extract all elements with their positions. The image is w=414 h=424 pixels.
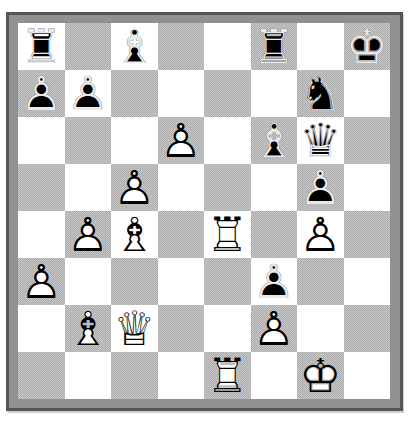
piece-outline-glyph: ♔: [346, 22, 388, 69]
square-b6[interactable]: [65, 117, 112, 164]
piece-outline-glyph: ♗: [113, 210, 155, 257]
white-pawn-f2[interactable]: ♟♙: [251, 305, 298, 352]
square-g3[interactable]: [297, 258, 344, 305]
square-e5[interactable]: [204, 164, 251, 211]
square-h6[interactable]: [344, 117, 391, 164]
white-rook-e1[interactable]: ♜♖: [204, 352, 251, 399]
square-e4[interactable]: ♜♖: [204, 211, 251, 258]
square-d8[interactable]: [158, 23, 205, 70]
black-pawn-a7[interactable]: ♟♙: [18, 70, 65, 117]
square-e2[interactable]: [204, 305, 251, 352]
black-pawn-f3[interactable]: ♟♙: [251, 258, 298, 305]
square-b4[interactable]: ♟♙: [65, 211, 112, 258]
chess-board: ♜♖♝♗♜♖♚♔♟♙♟♙♞♘♟♙♝♗♛♕♟♙♟♙♟♙♝♗♜♖♟♙♟♙♟♙♝♗♛♕…: [18, 23, 390, 399]
square-h2[interactable]: [344, 305, 391, 352]
piece-outline-glyph: ♖: [253, 22, 295, 69]
piece-outline-glyph: ♘: [299, 69, 341, 116]
square-b5[interactable]: [65, 164, 112, 211]
square-h5[interactable]: [344, 164, 391, 211]
black-rook-a8[interactable]: ♜♖: [18, 23, 65, 70]
square-e3[interactable]: [204, 258, 251, 305]
square-g4[interactable]: ♟♙: [297, 211, 344, 258]
square-a4[interactable]: [18, 211, 65, 258]
square-e7[interactable]: [204, 70, 251, 117]
square-a2[interactable]: [18, 305, 65, 352]
square-c8[interactable]: ♝♗: [111, 23, 158, 70]
piece-outline-glyph: ♖: [20, 22, 62, 69]
piece-outline-glyph: ♙: [20, 257, 62, 304]
square-c5[interactable]: ♟♙: [111, 164, 158, 211]
piece-outline-glyph: ♗: [253, 116, 295, 163]
square-f1[interactable]: [251, 352, 298, 399]
piece-outline-glyph: ♖: [206, 210, 248, 257]
square-g7[interactable]: ♞♘: [297, 70, 344, 117]
piece-outline-glyph: ♙: [113, 163, 155, 210]
white-rook-e4[interactable]: ♜♖: [204, 211, 251, 258]
square-d4[interactable]: [158, 211, 205, 258]
square-g5[interactable]: ♟♙: [297, 164, 344, 211]
square-g2[interactable]: [297, 305, 344, 352]
black-king-h8[interactable]: ♚♔: [344, 23, 391, 70]
square-f8[interactable]: ♜♖: [251, 23, 298, 70]
square-f4[interactable]: [251, 211, 298, 258]
square-f7[interactable]: [251, 70, 298, 117]
white-bishop-b2[interactable]: ♝♗: [65, 305, 112, 352]
square-d2[interactable]: [158, 305, 205, 352]
white-pawn-g4[interactable]: ♟♙: [297, 211, 344, 258]
square-e1[interactable]: ♜♖: [204, 352, 251, 399]
piece-outline-glyph: ♗: [67, 304, 109, 351]
black-bishop-c8[interactable]: ♝♗: [111, 23, 158, 70]
white-pawn-c5[interactable]: ♟♙: [111, 164, 158, 211]
piece-outline-glyph: ♕: [113, 304, 155, 351]
square-d5[interactable]: [158, 164, 205, 211]
white-pawn-d6[interactable]: ♟♙: [158, 117, 205, 164]
square-h8[interactable]: ♚♔: [344, 23, 391, 70]
square-h7[interactable]: [344, 70, 391, 117]
square-f3[interactable]: ♟♙: [251, 258, 298, 305]
square-e8[interactable]: [204, 23, 251, 70]
square-c4[interactable]: ♝♗: [111, 211, 158, 258]
square-h4[interactable]: [344, 211, 391, 258]
square-d1[interactable]: [158, 352, 205, 399]
piece-outline-glyph: ♕: [299, 116, 341, 163]
white-pawn-b4[interactable]: ♟♙: [65, 211, 112, 258]
square-d6[interactable]: ♟♙: [158, 117, 205, 164]
white-pawn-a3[interactable]: ♟♙: [18, 258, 65, 305]
square-b2[interactable]: ♝♗: [65, 305, 112, 352]
square-e6[interactable]: [204, 117, 251, 164]
square-g8[interactable]: [297, 23, 344, 70]
square-a8[interactable]: ♜♖: [18, 23, 65, 70]
square-c6[interactable]: [111, 117, 158, 164]
square-a3[interactable]: ♟♙: [18, 258, 65, 305]
white-bishop-c4[interactable]: ♝♗: [111, 211, 158, 258]
piece-outline-glyph: ♔: [299, 351, 341, 398]
square-d7[interactable]: [158, 70, 205, 117]
square-f5[interactable]: [251, 164, 298, 211]
square-g6[interactable]: ♛♕: [297, 117, 344, 164]
piece-outline-glyph: ♙: [299, 163, 341, 210]
white-king-g1[interactable]: ♚♔: [297, 352, 344, 399]
square-c7[interactable]: [111, 70, 158, 117]
square-c3[interactable]: [111, 258, 158, 305]
black-knight-g7[interactable]: ♞♘: [297, 70, 344, 117]
piece-outline-glyph: ♙: [253, 304, 295, 351]
square-a7[interactable]: ♟♙: [18, 70, 65, 117]
square-a6[interactable]: [18, 117, 65, 164]
square-b8[interactable]: [65, 23, 112, 70]
piece-outline-glyph: ♗: [113, 22, 155, 69]
square-c1[interactable]: [111, 352, 158, 399]
square-f2[interactable]: ♟♙: [251, 305, 298, 352]
chessboard-frame: ♜♖♝♗♜♖♚♔♟♙♟♙♞♘♟♙♝♗♛♕♟♙♟♙♟♙♝♗♜♖♟♙♟♙♟♙♝♗♛♕…: [6, 12, 403, 411]
piece-outline-glyph: ♙: [160, 116, 202, 163]
piece-outline-glyph: ♙: [20, 69, 62, 116]
piece-outline-glyph: ♙: [67, 69, 109, 116]
black-bishop-f6[interactable]: ♝♗: [251, 117, 298, 164]
square-b1[interactable]: [65, 352, 112, 399]
piece-outline-glyph: ♙: [253, 257, 295, 304]
square-b3[interactable]: [65, 258, 112, 305]
square-a5[interactable]: [18, 164, 65, 211]
black-pawn-g5[interactable]: ♟♙: [297, 164, 344, 211]
square-d3[interactable]: [158, 258, 205, 305]
square-f6[interactable]: ♝♗: [251, 117, 298, 164]
black-rook-f8[interactable]: ♜♖: [251, 23, 298, 70]
black-queen-g6[interactable]: ♛♕: [297, 117, 344, 164]
square-h1[interactable]: [344, 352, 391, 399]
square-c2[interactable]: ♛♕: [111, 305, 158, 352]
square-b7[interactable]: ♟♙: [65, 70, 112, 117]
square-g1[interactable]: ♚♔: [297, 352, 344, 399]
black-pawn-b7[interactable]: ♟♙: [65, 70, 112, 117]
piece-outline-glyph: ♖: [206, 351, 248, 398]
square-h3[interactable]: [344, 258, 391, 305]
square-a1[interactable]: [18, 352, 65, 399]
piece-outline-glyph: ♙: [299, 210, 341, 257]
piece-outline-glyph: ♙: [67, 210, 109, 257]
white-queen-c2[interactable]: ♛♕: [111, 305, 158, 352]
